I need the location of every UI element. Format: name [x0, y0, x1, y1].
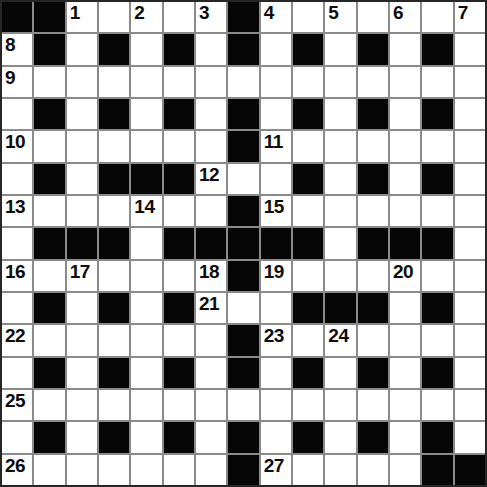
block-cell-r3c1	[34, 99, 64, 129]
block-cell-r5c9	[293, 164, 323, 194]
clue-number-13: 13	[5, 197, 25, 216]
cell-r3c12[interactable]	[390, 99, 420, 129]
cell-r4c5[interactable]	[164, 131, 194, 161]
cell-r10c8[interactable]: 23	[261, 325, 291, 355]
clue-number-8: 8	[5, 35, 15, 54]
clue-number-9: 9	[5, 68, 15, 87]
cell-r9c6[interactable]: 21	[196, 293, 226, 323]
block-cell-r13c9	[293, 422, 323, 452]
block-cell-r9c10	[325, 293, 355, 323]
block-cell-r13c11	[358, 422, 388, 452]
cell-r10c10[interactable]: 24	[325, 325, 355, 355]
clue-number-26: 26	[5, 456, 25, 475]
cell-r8c10[interactable]	[325, 261, 355, 291]
cell-r13c10[interactable]	[325, 422, 355, 452]
block-cell-r3c11	[358, 99, 388, 129]
block-cell-r7c5	[164, 228, 194, 258]
cell-r2c6[interactable]	[196, 67, 226, 97]
cell-r12c0[interactable]: 25	[2, 390, 32, 420]
block-cell-r11c7	[228, 358, 258, 388]
cell-r10c6[interactable]	[196, 325, 226, 355]
clue-number-15: 15	[264, 197, 284, 216]
cell-r10c11[interactable]	[358, 325, 388, 355]
block-cell-r7c2	[67, 228, 97, 258]
cell-r4c9[interactable]	[293, 131, 323, 161]
cell-r0c10[interactable]: 5	[325, 2, 355, 32]
cell-r11c10[interactable]	[325, 358, 355, 388]
block-cell-r9c5	[164, 293, 194, 323]
cell-r13c14[interactable]	[455, 422, 485, 452]
clue-number-22: 22	[5, 326, 25, 345]
cell-r0c2[interactable]: 1	[67, 2, 97, 32]
cell-r14c4[interactable]	[131, 455, 161, 485]
cell-r0c8[interactable]: 4	[261, 2, 291, 32]
cell-r10c4[interactable]	[131, 325, 161, 355]
cell-r8c9[interactable]	[293, 261, 323, 291]
cell-r14c5[interactable]	[164, 455, 194, 485]
block-cell-r11c11	[358, 358, 388, 388]
block-cell-r13c3	[99, 422, 129, 452]
cell-r2c13[interactable]	[422, 67, 452, 97]
cell-r6c11[interactable]	[358, 196, 388, 226]
block-cell-r14c7	[228, 455, 258, 485]
cell-r6c4[interactable]: 14	[131, 196, 161, 226]
cell-r3c10[interactable]	[325, 99, 355, 129]
cell-r9c12[interactable]	[390, 293, 420, 323]
cell-r14c8[interactable]: 27	[261, 455, 291, 485]
cell-r2c14[interactable]	[455, 67, 485, 97]
cell-r6c2[interactable]	[67, 196, 97, 226]
block-cell-r13c1	[34, 422, 64, 452]
cell-r11c14[interactable]	[455, 358, 485, 388]
cell-r14c0[interactable]: 26	[2, 455, 32, 485]
block-cell-r9c13	[422, 293, 452, 323]
block-cell-r13c5	[164, 422, 194, 452]
cell-r2c1[interactable]	[34, 67, 64, 97]
block-cell-r7c8	[261, 228, 291, 258]
block-cell-r1c1	[34, 34, 64, 64]
cell-r7c10[interactable]	[325, 228, 355, 258]
cell-r7c0[interactable]	[2, 228, 32, 258]
cell-r14c6[interactable]	[196, 455, 226, 485]
cell-r4c6[interactable]	[196, 131, 226, 161]
cell-r6c3[interactable]	[99, 196, 129, 226]
cell-r12c7[interactable]	[228, 390, 258, 420]
cell-r12c13[interactable]	[422, 390, 452, 420]
cell-r5c2[interactable]	[67, 164, 97, 194]
cell-r12c2[interactable]	[67, 390, 97, 420]
clue-number-4: 4	[264, 3, 274, 22]
block-cell-r0c1	[34, 2, 64, 32]
cell-r3c6[interactable]	[196, 99, 226, 129]
cell-r4c8[interactable]: 11	[261, 131, 291, 161]
block-cell-r11c5	[164, 358, 194, 388]
cell-r4c2[interactable]	[67, 131, 97, 161]
cell-r2c7[interactable]	[228, 67, 258, 97]
block-cell-r6c7	[228, 196, 258, 226]
cell-r10c0[interactable]: 22	[2, 325, 32, 355]
cell-r5c10[interactable]	[325, 164, 355, 194]
block-cell-r9c3	[99, 293, 129, 323]
cell-r10c5[interactable]	[164, 325, 194, 355]
block-cell-r5c11	[358, 164, 388, 194]
cell-r3c0[interactable]	[2, 99, 32, 129]
cell-r7c14[interactable]	[455, 228, 485, 258]
cell-r14c10[interactable]	[325, 455, 355, 485]
clue-number-7: 7	[458, 3, 468, 22]
block-cell-r14c13	[422, 455, 452, 485]
cell-r13c4[interactable]	[131, 422, 161, 452]
clue-number-25: 25	[5, 391, 25, 410]
cell-r2c5[interactable]	[164, 67, 194, 97]
cell-r11c0[interactable]	[2, 358, 32, 388]
clue-number-12: 12	[199, 165, 219, 184]
block-cell-r11c3	[99, 358, 129, 388]
block-cell-r13c7	[228, 422, 258, 452]
cell-r4c10[interactable]	[325, 131, 355, 161]
clue-number-16: 16	[5, 262, 25, 281]
cell-r8c11[interactable]	[358, 261, 388, 291]
cell-r1c4[interactable]	[131, 34, 161, 64]
block-cell-r7c9	[293, 228, 323, 258]
cell-r14c11[interactable]	[358, 455, 388, 485]
cell-r9c2[interactable]	[67, 293, 97, 323]
block-cell-r5c4	[131, 164, 161, 194]
block-cell-r7c11	[358, 228, 388, 258]
clue-number-3: 3	[199, 3, 209, 22]
block-cell-r3c5	[164, 99, 194, 129]
cell-r0c6[interactable]: 3	[196, 2, 226, 32]
cell-r8c8[interactable]: 19	[261, 261, 291, 291]
cell-r4c14[interactable]	[455, 131, 485, 161]
block-cell-r14c14	[455, 455, 485, 485]
block-cell-r11c13	[422, 358, 452, 388]
cell-r4c11[interactable]	[358, 131, 388, 161]
cell-r3c2[interactable]	[67, 99, 97, 129]
block-cell-r7c1	[34, 228, 64, 258]
cell-r5c14[interactable]	[455, 164, 485, 194]
cell-r4c1[interactable]	[34, 131, 64, 161]
cell-r12c11[interactable]	[358, 390, 388, 420]
cell-r12c14[interactable]	[455, 390, 485, 420]
cell-r6c5[interactable]	[164, 196, 194, 226]
cell-r10c1[interactable]	[34, 325, 64, 355]
cell-r9c4[interactable]	[131, 293, 161, 323]
clue-number-24: 24	[328, 326, 348, 345]
cell-r4c12[interactable]	[390, 131, 420, 161]
block-cell-r3c9	[293, 99, 323, 129]
cell-r12c8[interactable]	[261, 390, 291, 420]
cell-r11c12[interactable]	[390, 358, 420, 388]
cell-r8c14[interactable]	[455, 261, 485, 291]
cell-r12c3[interactable]	[99, 390, 129, 420]
cell-r9c7[interactable]	[228, 293, 258, 323]
clue-number-10: 10	[5, 132, 25, 151]
cell-r8c3[interactable]	[99, 261, 129, 291]
cell-r0c11[interactable]	[358, 2, 388, 32]
cell-r0c14[interactable]: 7	[455, 2, 485, 32]
block-cell-r3c13	[422, 99, 452, 129]
clue-number-2: 2	[134, 3, 144, 22]
cell-r9c14[interactable]	[455, 293, 485, 323]
cell-r11c2[interactable]	[67, 358, 97, 388]
cell-r2c3[interactable]	[99, 67, 129, 97]
cell-r14c2[interactable]	[67, 455, 97, 485]
block-cell-r7c12	[390, 228, 420, 258]
cell-r6c10[interactable]	[325, 196, 355, 226]
cell-r4c13[interactable]	[422, 131, 452, 161]
cell-r0c9[interactable]	[293, 2, 323, 32]
cell-r6c1[interactable]	[34, 196, 64, 226]
cell-r3c4[interactable]	[131, 99, 161, 129]
block-cell-r0c7	[228, 2, 258, 32]
cell-r11c4[interactable]	[131, 358, 161, 388]
cell-r6c8[interactable]: 15	[261, 196, 291, 226]
cell-r10c14[interactable]	[455, 325, 485, 355]
cell-r13c6[interactable]	[196, 422, 226, 452]
cell-r14c1[interactable]	[34, 455, 64, 485]
clue-number-18: 18	[199, 262, 219, 281]
block-cell-r1c5	[164, 34, 194, 64]
cell-r12c1[interactable]	[34, 390, 64, 420]
cell-r14c9[interactable]	[293, 455, 323, 485]
cell-r14c3[interactable]	[99, 455, 129, 485]
clue-number-20: 20	[393, 262, 413, 281]
block-cell-r5c1	[34, 164, 64, 194]
cell-r4c0[interactable]: 10	[2, 131, 32, 161]
clue-number-23: 23	[264, 326, 284, 345]
clue-number-19: 19	[264, 262, 284, 281]
cell-r13c12[interactable]	[390, 422, 420, 452]
cell-r6c14[interactable]	[455, 196, 485, 226]
cell-r2c0[interactable]: 9	[2, 67, 32, 97]
cell-r1c10[interactable]	[325, 34, 355, 64]
cell-r8c12[interactable]: 20	[390, 261, 420, 291]
block-cell-r5c13	[422, 164, 452, 194]
cell-r12c9[interactable]	[293, 390, 323, 420]
cell-r2c2[interactable]	[67, 67, 97, 97]
cell-r6c12[interactable]	[390, 196, 420, 226]
cell-r1c14[interactable]	[455, 34, 485, 64]
clue-number-14: 14	[134, 197, 154, 216]
cell-r8c0[interactable]: 16	[2, 261, 32, 291]
cell-r1c0[interactable]: 8	[2, 34, 32, 64]
block-cell-r13c13	[422, 422, 452, 452]
cell-r0c3[interactable]	[99, 2, 129, 32]
cell-r8c4[interactable]	[131, 261, 161, 291]
cell-r9c0[interactable]	[2, 293, 32, 323]
block-cell-r7c13	[422, 228, 452, 258]
cell-r1c2[interactable]	[67, 34, 97, 64]
block-cell-r9c1	[34, 293, 64, 323]
block-cell-r4c7	[228, 131, 258, 161]
cell-r5c6[interactable]: 12	[196, 164, 226, 194]
cell-r13c8[interactable]	[261, 422, 291, 452]
cell-r5c7[interactable]	[228, 164, 258, 194]
cell-r8c2[interactable]: 17	[67, 261, 97, 291]
cell-r6c9[interactable]	[293, 196, 323, 226]
cell-r2c10[interactable]	[325, 67, 355, 97]
block-cell-r9c11	[358, 293, 388, 323]
crossword-board: 1234567891011121314151617181920212223242…	[0, 0, 487, 487]
cell-r4c3[interactable]	[99, 131, 129, 161]
cell-r8c13[interactable]	[422, 261, 452, 291]
cell-r10c12[interactable]	[390, 325, 420, 355]
cell-r2c9[interactable]	[293, 67, 323, 97]
cell-r2c12[interactable]	[390, 67, 420, 97]
cell-r0c12[interactable]: 6	[390, 2, 420, 32]
cell-r12c10[interactable]	[325, 390, 355, 420]
cell-r14c12[interactable]	[390, 455, 420, 485]
cell-r3c8[interactable]	[261, 99, 291, 129]
cell-r10c13[interactable]	[422, 325, 452, 355]
cell-r6c13[interactable]	[422, 196, 452, 226]
cell-r9c8[interactable]	[261, 293, 291, 323]
block-cell-r7c6	[196, 228, 226, 258]
block-cell-r1c13	[422, 34, 452, 64]
cell-r11c6[interactable]	[196, 358, 226, 388]
cell-r8c1[interactable]	[34, 261, 64, 291]
cell-r12c12[interactable]	[390, 390, 420, 420]
cell-r5c8[interactable]	[261, 164, 291, 194]
clue-number-1: 1	[70, 3, 80, 22]
cell-r1c8[interactable]	[261, 34, 291, 64]
cell-r1c12[interactable]	[390, 34, 420, 64]
cell-r0c13[interactable]	[422, 2, 452, 32]
cell-r6c6[interactable]	[196, 196, 226, 226]
block-cell-r5c3	[99, 164, 129, 194]
cell-r3c14[interactable]	[455, 99, 485, 129]
cell-r2c8[interactable]	[261, 67, 291, 97]
cell-r12c5[interactable]	[164, 390, 194, 420]
cell-r5c12[interactable]	[390, 164, 420, 194]
block-cell-r10c7	[228, 325, 258, 355]
clue-number-5: 5	[328, 3, 338, 22]
clue-number-6: 6	[393, 3, 403, 22]
block-cell-r1c3	[99, 34, 129, 64]
block-cell-r11c1	[34, 358, 64, 388]
cell-r10c2[interactable]	[67, 325, 97, 355]
block-cell-r7c7	[228, 228, 258, 258]
cell-r11c8[interactable]	[261, 358, 291, 388]
block-cell-r1c11	[358, 34, 388, 64]
cell-r8c5[interactable]	[164, 261, 194, 291]
cell-r0c5[interactable]	[164, 2, 194, 32]
cell-r7c4[interactable]	[131, 228, 161, 258]
clue-number-17: 17	[70, 262, 90, 281]
block-cell-r8c7	[228, 261, 258, 291]
clue-number-27: 27	[264, 456, 284, 475]
cell-r1c6[interactable]	[196, 34, 226, 64]
block-cell-r0c0	[2, 2, 32, 32]
cell-r10c9[interactable]	[293, 325, 323, 355]
cell-r13c0[interactable]	[2, 422, 32, 452]
cell-r10c3[interactable]	[99, 325, 129, 355]
cell-r2c11[interactable]	[358, 67, 388, 97]
cell-r12c6[interactable]	[196, 390, 226, 420]
cell-r0c4[interactable]: 2	[131, 2, 161, 32]
block-cell-r11c9	[293, 358, 323, 388]
clue-number-21: 21	[199, 294, 219, 313]
cell-r8c6[interactable]: 18	[196, 261, 226, 291]
block-cell-r1c7	[228, 34, 258, 64]
block-cell-r3c3	[99, 99, 129, 129]
clue-number-11: 11	[264, 132, 283, 151]
cell-r13c2[interactable]	[67, 422, 97, 452]
cell-r4c4[interactable]	[131, 131, 161, 161]
block-cell-r3c7	[228, 99, 258, 129]
block-cell-r5c5	[164, 164, 194, 194]
cell-r5c0[interactable]	[2, 164, 32, 194]
block-cell-r9c9	[293, 293, 323, 323]
cell-r2c4[interactable]	[131, 67, 161, 97]
cell-r6c0[interactable]: 13	[2, 196, 32, 226]
block-cell-r1c9	[293, 34, 323, 64]
cell-r12c4[interactable]	[131, 390, 161, 420]
block-cell-r7c3	[99, 228, 129, 258]
